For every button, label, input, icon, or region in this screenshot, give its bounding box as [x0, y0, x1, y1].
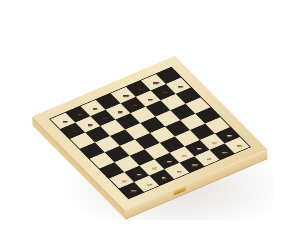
product-photo-chess-set: ♜♞♝♛♚♝♞♜♟♟♟♟♟♟♟♟♟♟♟♟♟♟♟♟♜♞♝♛♚♝♞♜ — [0, 0, 300, 251]
brass-latch — [173, 187, 185, 196]
